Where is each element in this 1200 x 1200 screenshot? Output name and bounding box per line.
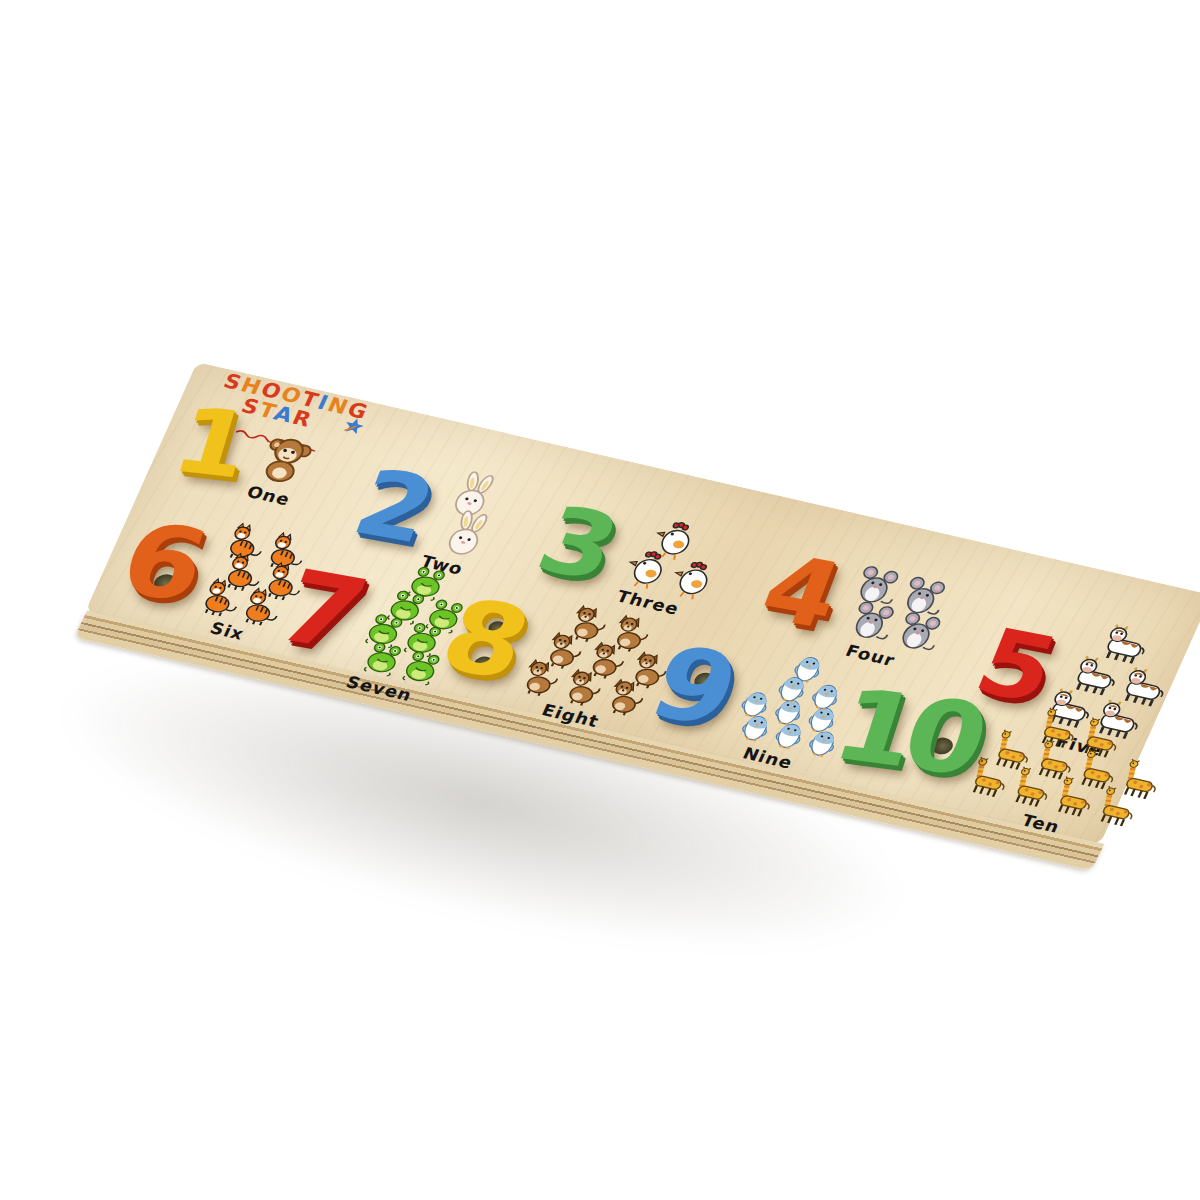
monkey-icon bbox=[244, 426, 326, 491]
number-piece-10[interactable]: 10 bbox=[824, 679, 989, 786]
product-photo: SHOOTING STAR 1One2Two3Three4Four5Five 6… bbox=[0, 0, 1200, 1200]
rabbit-icon bbox=[432, 506, 503, 562]
rocket-star-icon bbox=[340, 416, 368, 439]
